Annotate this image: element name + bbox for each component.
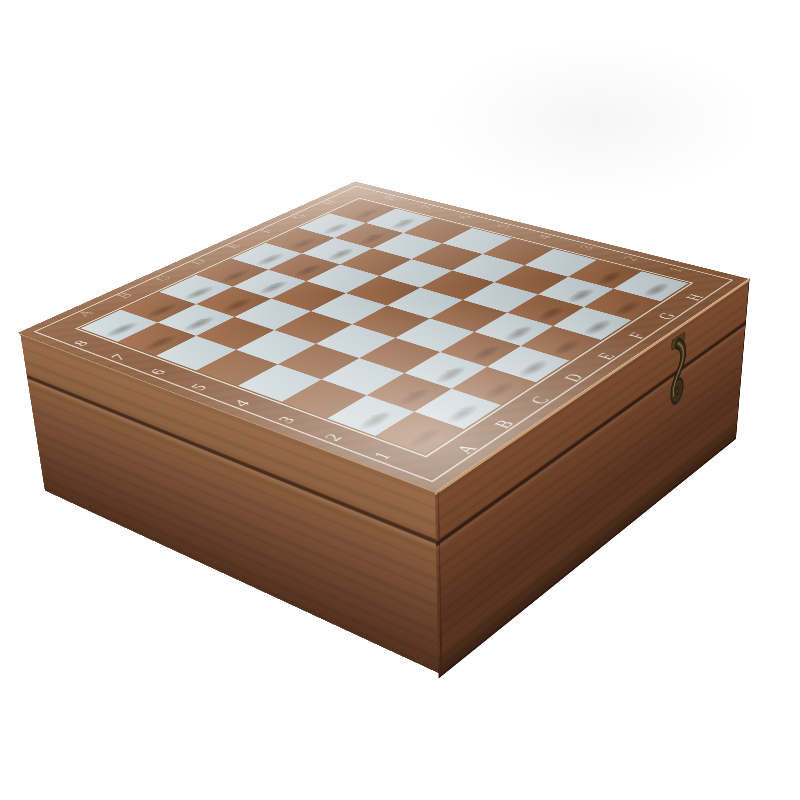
white-r-glyph: ♜ [391,375,446,436]
black-p-glyph: ♟ [174,276,216,322]
chess-box-photo: ABCDEFGH ABCDEFGH 87654321 87654321 ♜♞♝♛… [0,0,800,800]
white-p-glyph: ♟ [346,366,394,419]
black-p-glyph: ♟ [134,295,177,342]
brass-clasp [661,328,691,437]
chess-box: ABCDEFGH ABCDEFGH 87654321 87654321 ♜♞♝♛… [17,181,748,492]
perspective-container: ABCDEFGH ABCDEFGH 87654321 87654321 ♜♞♝♛… [0,0,800,800]
